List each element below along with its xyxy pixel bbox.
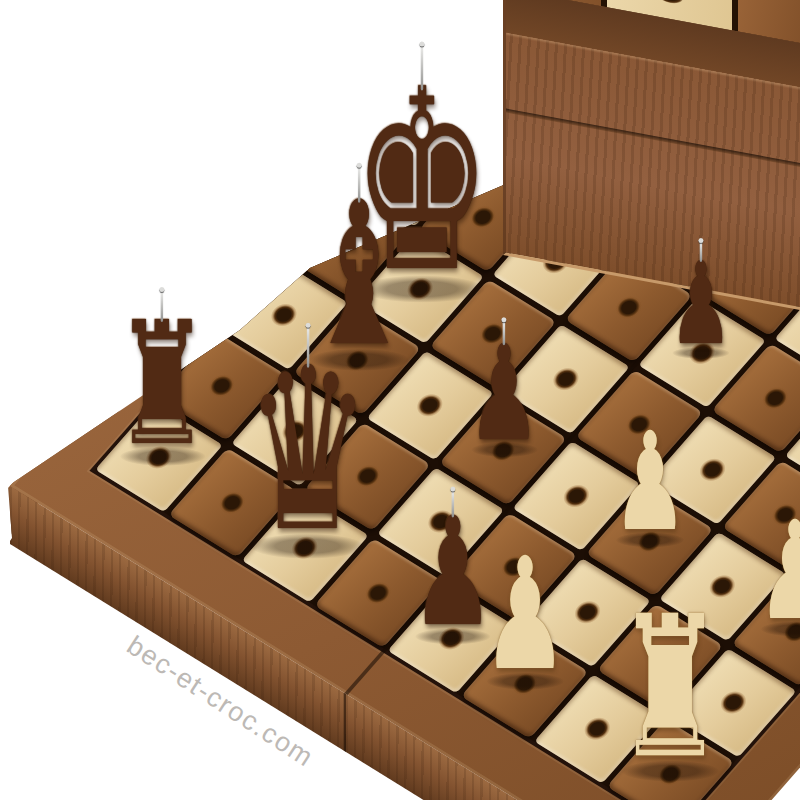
peg-hole <box>485 435 522 467</box>
peg-hole <box>558 480 595 512</box>
peg-hole <box>683 337 720 369</box>
peg-hole <box>610 292 647 324</box>
peg-hole <box>391 156 428 188</box>
peg-hole <box>548 363 585 395</box>
peg-hole <box>203 370 240 402</box>
product-photo-canvas: bec-et-croc.com ♜♛♟♟♜♝♚♟♟♟♟ <box>0 0 800 800</box>
peg-hole <box>349 461 386 493</box>
peg-hole <box>767 499 800 531</box>
board-fold-seam-front <box>344 693 346 752</box>
peg-hole <box>401 273 438 305</box>
peg-hole <box>621 408 658 440</box>
peg-hole <box>140 442 177 474</box>
peg-hole <box>475 318 512 350</box>
peg-hole <box>579 713 616 745</box>
peg-hole <box>412 389 449 421</box>
peg-hole <box>276 415 313 447</box>
peg-hole <box>757 382 794 414</box>
peg-hole <box>642 642 679 674</box>
peg-hole <box>506 668 543 700</box>
metal-pin <box>358 167 360 203</box>
metal-pin <box>161 291 163 322</box>
peg-hole <box>433 623 470 655</box>
peg-hole <box>777 616 800 648</box>
peg-hole <box>360 577 397 609</box>
peg-hole <box>328 227 365 259</box>
metal-pin <box>420 45 422 90</box>
peg-hole <box>422 506 459 538</box>
peg-hole <box>464 201 501 233</box>
peg-hole <box>652 758 689 790</box>
peg-hole <box>213 487 250 519</box>
peg-hole <box>694 454 731 486</box>
peg-hole <box>339 344 376 376</box>
peg-hole <box>495 551 532 583</box>
peg-hole <box>569 597 606 629</box>
peg-hole <box>704 570 741 602</box>
peg-hole <box>715 687 752 719</box>
peg-hole <box>657 0 683 5</box>
peg-hole <box>631 525 668 557</box>
peg-hole <box>287 532 324 564</box>
peg-hole <box>454 85 491 117</box>
peg-hole <box>266 299 303 331</box>
